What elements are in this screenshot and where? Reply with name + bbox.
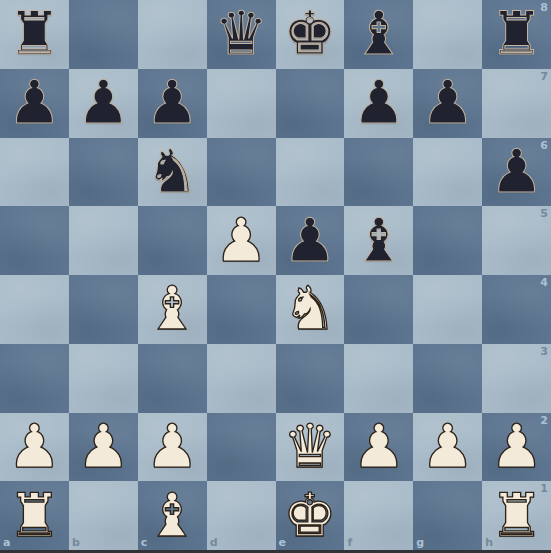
square-e6[interactable] (276, 138, 345, 207)
square-b3[interactable] (69, 344, 138, 413)
rank-label-7: 7 (540, 71, 548, 82)
square-h5[interactable]: 5 (482, 206, 551, 275)
square-c7[interactable]: ♟ (138, 69, 207, 138)
square-g3[interactable] (413, 344, 482, 413)
black-pawn[interactable]: ♟ (8, 72, 62, 132)
file-label-f: f (347, 537, 352, 548)
square-b6[interactable] (69, 138, 138, 207)
square-c6[interactable]: ♞ (138, 138, 207, 207)
white-pawn[interactable]: ♟ (214, 210, 268, 270)
black-pawn[interactable]: ♟ (283, 210, 337, 270)
square-f6[interactable] (344, 138, 413, 207)
square-e7[interactable] (276, 69, 345, 138)
square-a4[interactable] (0, 275, 69, 344)
square-f5[interactable]: ♝ (344, 206, 413, 275)
white-pawn[interactable]: ♟ (145, 416, 199, 476)
square-h8[interactable]: ♜8 (482, 0, 551, 69)
file-label-d: d (210, 537, 218, 548)
square-g2[interactable]: ♟ (413, 413, 482, 482)
white-pawn[interactable]: ♟ (8, 416, 62, 476)
black-queen[interactable]: ♛ (214, 3, 268, 63)
square-g4[interactable] (413, 275, 482, 344)
square-f7[interactable]: ♟ (344, 69, 413, 138)
black-rook[interactable]: ♜ (8, 3, 62, 63)
file-label-g: g (416, 537, 424, 548)
square-d6[interactable] (207, 138, 276, 207)
rank-label-5: 5 (540, 208, 548, 219)
square-f8[interactable]: ♝ (344, 0, 413, 69)
white-knight[interactable]: ♞ (283, 278, 337, 338)
white-pawn[interactable]: ♟ (76, 416, 130, 476)
square-b5[interactable] (69, 206, 138, 275)
square-e3[interactable] (276, 344, 345, 413)
rank-label-4: 4 (540, 277, 548, 288)
chess-board-area: ♜♛♚♝♜8♟♟♟♟♟7♞♟6♟♟♝5♝♞43♟♟♟♛♟♟♟2♜ab♝cd♚ef… (0, 0, 551, 553)
file-label-b: b (72, 537, 80, 548)
white-pawn[interactable]: ♟ (352, 416, 406, 476)
square-g7[interactable]: ♟ (413, 69, 482, 138)
black-bishop[interactable]: ♝ (352, 3, 406, 63)
white-bishop[interactable]: ♝ (145, 278, 199, 338)
square-d7[interactable] (207, 69, 276, 138)
square-f4[interactable] (344, 275, 413, 344)
square-a6[interactable] (0, 138, 69, 207)
square-b2[interactable]: ♟ (69, 413, 138, 482)
square-f2[interactable]: ♟ (344, 413, 413, 482)
square-b4[interactable] (69, 275, 138, 344)
square-c3[interactable] (138, 344, 207, 413)
square-f3[interactable] (344, 344, 413, 413)
white-queen[interactable]: ♛ (283, 416, 337, 476)
square-c4[interactable]: ♝ (138, 275, 207, 344)
square-d8[interactable]: ♛ (207, 0, 276, 69)
square-c8[interactable] (138, 0, 207, 69)
square-h7[interactable]: 7 (482, 69, 551, 138)
square-c5[interactable] (138, 206, 207, 275)
white-rook[interactable]: ♜ (490, 485, 544, 545)
square-a8[interactable]: ♜ (0, 0, 69, 69)
black-pawn[interactable]: ♟ (490, 141, 544, 201)
square-h2[interactable]: ♟2 (482, 413, 551, 482)
square-e2[interactable]: ♛ (276, 413, 345, 482)
square-c1[interactable]: ♝c (138, 481, 207, 550)
square-b1[interactable]: b (69, 481, 138, 550)
square-b7[interactable]: ♟ (69, 69, 138, 138)
black-king[interactable]: ♚ (283, 3, 337, 63)
white-pawn[interactable]: ♟ (421, 416, 475, 476)
square-f1[interactable]: f (344, 481, 413, 550)
square-a7[interactable]: ♟ (0, 69, 69, 138)
square-e1[interactable]: ♚e (276, 481, 345, 550)
black-pawn[interactable]: ♟ (145, 72, 199, 132)
black-rook[interactable]: ♜ (490, 3, 544, 63)
square-a1[interactable]: ♜a (0, 481, 69, 550)
black-pawn[interactable]: ♟ (76, 72, 130, 132)
square-b8[interactable] (69, 0, 138, 69)
black-knight[interactable]: ♞ (145, 141, 199, 201)
white-rook[interactable]: ♜ (8, 485, 62, 545)
square-h4[interactable]: 4 (482, 275, 551, 344)
chess-board: ♜♛♚♝♜8♟♟♟♟♟7♞♟6♟♟♝5♝♞43♟♟♟♛♟♟♟2♜ab♝cd♚ef… (0, 0, 551, 550)
square-d1[interactable]: d (207, 481, 276, 550)
square-d3[interactable] (207, 344, 276, 413)
black-pawn[interactable]: ♟ (352, 72, 406, 132)
square-g6[interactable] (413, 138, 482, 207)
black-bishop[interactable]: ♝ (352, 210, 406, 270)
square-h6[interactable]: ♟6 (482, 138, 551, 207)
white-bishop[interactable]: ♝ (145, 485, 199, 545)
square-e8[interactable]: ♚ (276, 0, 345, 69)
square-d5[interactable]: ♟ (207, 206, 276, 275)
square-g1[interactable]: g (413, 481, 482, 550)
square-c2[interactable]: ♟ (138, 413, 207, 482)
square-g8[interactable] (413, 0, 482, 69)
black-pawn[interactable]: ♟ (421, 72, 475, 132)
square-g5[interactable] (413, 206, 482, 275)
square-h1[interactable]: ♜1h (482, 481, 551, 550)
white-pawn[interactable]: ♟ (490, 416, 544, 476)
square-d4[interactable] (207, 275, 276, 344)
square-a5[interactable] (0, 206, 69, 275)
square-e5[interactable]: ♟ (276, 206, 345, 275)
square-e4[interactable]: ♞ (276, 275, 345, 344)
white-king[interactable]: ♚ (283, 485, 337, 545)
square-a3[interactable] (0, 344, 69, 413)
square-h3[interactable]: 3 (482, 344, 551, 413)
square-d2[interactable] (207, 413, 276, 482)
rank-label-3: 3 (540, 346, 548, 357)
square-a2[interactable]: ♟ (0, 413, 69, 482)
